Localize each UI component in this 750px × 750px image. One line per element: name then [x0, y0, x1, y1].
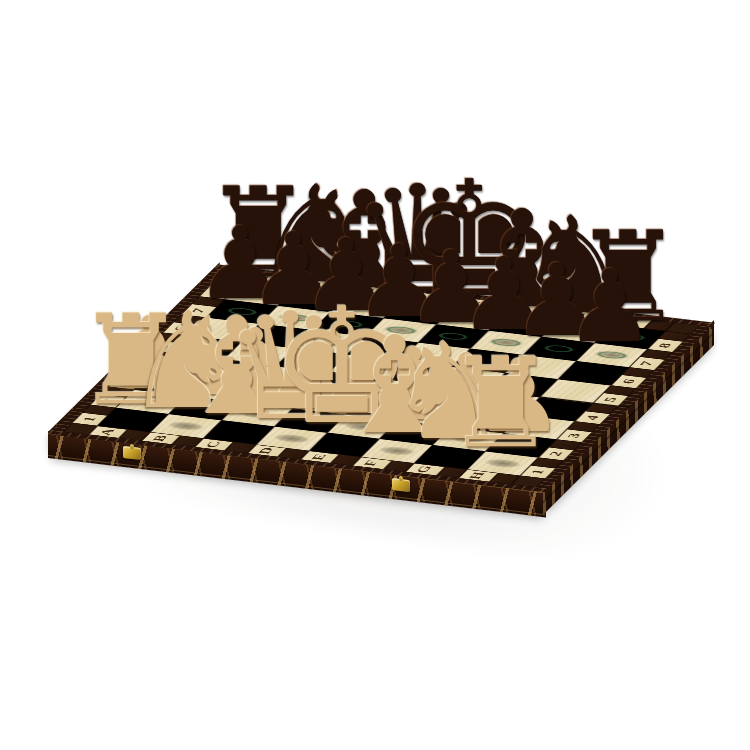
brass-clasp-icon: [123, 446, 141, 460]
product-photo-stage: ABCDEFGH ABCDEFGH 87654321 87654321 ♜♞♝♟…: [0, 0, 750, 750]
white-rook-h1[interactable]: ♜: [411, 341, 591, 465]
brass-clasp-icon: [392, 478, 410, 492]
rook-glyph: ♜: [445, 341, 556, 465]
